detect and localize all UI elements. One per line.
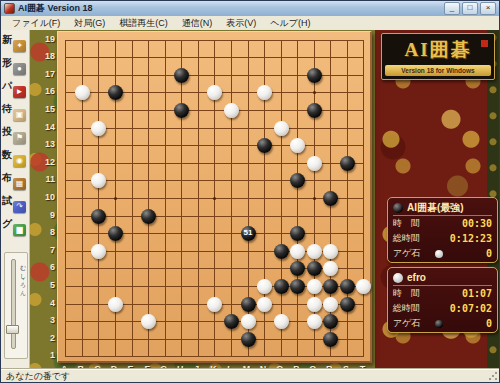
stone-S5-black xyxy=(340,279,355,294)
row-label-6: 6 xyxy=(37,262,55,272)
stone-C14-white xyxy=(91,121,106,136)
toolbar-button-pass[interactable]: パ► xyxy=(2,78,27,99)
row-label-17: 17 xyxy=(37,69,55,79)
white-stone-icon xyxy=(393,273,403,283)
stone-R7-white xyxy=(323,244,338,259)
time-label: 時 間 xyxy=(393,287,433,300)
stone-C7-white xyxy=(91,244,106,259)
stone-Q17-black xyxy=(307,68,322,83)
stone-T5-white xyxy=(356,279,371,294)
stone-P11-black xyxy=(290,173,305,188)
stone-F3-white xyxy=(141,314,156,329)
toolbar-button-label: 形 xyxy=(2,56,12,70)
undo-icon: ▣ xyxy=(13,109,26,121)
row-label-5: 5 xyxy=(37,280,55,290)
toolbar-button-try-move[interactable]: 試↷ xyxy=(2,193,27,214)
player-name: efro xyxy=(407,272,426,283)
stone-R4-white xyxy=(323,297,338,312)
graph-icon: ▆ xyxy=(13,224,26,236)
window-title: AI囲碁 Version 18 xyxy=(18,2,442,15)
toolbar-button-label: 新 xyxy=(2,33,12,47)
stone-Q6-black xyxy=(307,261,322,276)
stone-O14-white xyxy=(274,121,289,136)
row-label-11: 11 xyxy=(37,174,55,184)
player-panel-white: efro 時 間 01:07 総時間 0:07:02 アゲ石 0 xyxy=(387,267,498,333)
menu-item-0[interactable]: ファイル(F) xyxy=(5,17,67,30)
try-move-icon: ↷ xyxy=(13,201,26,213)
toolbar-button-undo[interactable]: 待▣ xyxy=(2,101,27,122)
toolbar-button-fuseki[interactable]: 布▦ xyxy=(2,170,27,191)
grid-line-vertical xyxy=(363,40,364,358)
stone-M4-black xyxy=(241,297,256,312)
row-label-2: 2 xyxy=(37,333,55,343)
grid-line-horizontal xyxy=(65,216,364,217)
time-label: 時 間 xyxy=(393,217,433,230)
status-text: あなたの番です xyxy=(1,370,70,383)
grid-line-vertical xyxy=(281,40,282,358)
captured-stone-icon xyxy=(435,320,443,328)
resign-icon: ⚑ xyxy=(13,132,26,144)
title-bar: AI囲碁 Version 18 _ □ × xyxy=(1,1,499,16)
stone-M3-white xyxy=(241,314,256,329)
row-label-13: 13 xyxy=(37,139,55,149)
row-label-14: 14 xyxy=(37,122,55,132)
close-button[interactable]: × xyxy=(480,2,496,15)
stone-C11-white xyxy=(91,173,106,188)
fuseki-icon: ▦ xyxy=(13,178,26,190)
menu-item-5[interactable]: ヘルプ(H) xyxy=(263,17,317,30)
stone-S12-black xyxy=(340,156,355,171)
left-toolbar: むし・ろん 新✦形●パ►待▣投⚑数◉布▦試↷グ▆ xyxy=(1,30,30,370)
total-time-value: 0:12:23 xyxy=(433,233,492,244)
row-label-8: 8 xyxy=(37,227,55,237)
stone-D4-white xyxy=(108,297,123,312)
minimize-button[interactable]: _ xyxy=(444,2,460,15)
toolbar-button-graph[interactable]: グ▆ xyxy=(2,216,27,237)
stone-O7-black xyxy=(274,244,289,259)
total-time-value: 0:07:02 xyxy=(433,303,492,314)
stone-M2-black xyxy=(241,332,256,347)
stone-R3-black xyxy=(323,314,338,329)
app-window: AI囲碁 Version 18 _ □ × ファイル(F)対局(G)棋譜再生(C… xyxy=(0,0,500,383)
captures-label: アゲ石 xyxy=(393,317,433,330)
black-stone-icon xyxy=(393,203,403,213)
star-point-D10 xyxy=(114,197,117,200)
stone-L3-black xyxy=(224,314,239,329)
stone-F9-black xyxy=(141,209,156,224)
captures-value: 0 xyxy=(447,318,492,329)
toolbar-button-label: グ xyxy=(2,217,12,231)
slider-handle[interactable] xyxy=(6,325,19,334)
total-time-label: 総時間 xyxy=(393,302,433,315)
toolbar-button-shape[interactable]: 形● xyxy=(2,55,27,76)
go-board[interactable]: 51 xyxy=(57,31,372,363)
stone-B16-white xyxy=(75,85,90,100)
stone-R10-black xyxy=(323,191,338,206)
row-label-19: 19 xyxy=(37,34,55,44)
shape-icon: ● xyxy=(13,63,26,75)
stone-O3-white xyxy=(274,314,289,329)
player-panel-black: AI囲碁(最強) 時 間 00:30 総時間 0:12:23 アゲ石 0 xyxy=(387,197,498,263)
toolbar-button-label: 布 xyxy=(2,171,12,185)
row-label-12: 12 xyxy=(37,157,55,167)
row-label-10: 10 xyxy=(37,192,55,202)
stone-Q12-white xyxy=(307,156,322,171)
stone-Q15-black xyxy=(307,103,322,118)
stone-M8-black: 51 xyxy=(241,226,256,241)
stone-K4-white xyxy=(207,297,222,312)
row-label-1: 1 xyxy=(37,350,55,360)
menu-item-3[interactable]: 通信(N) xyxy=(175,17,220,30)
stone-H17-black xyxy=(174,68,189,83)
star-point-Q16 xyxy=(313,91,316,94)
menu-item-2[interactable]: 棋譜再生(C) xyxy=(112,17,175,30)
stone-D16-black xyxy=(108,85,123,100)
new-game-icon: ✦ xyxy=(13,40,26,52)
grid-line-vertical xyxy=(231,40,232,358)
stone-L15-white xyxy=(224,103,239,118)
pass-icon: ► xyxy=(13,86,26,98)
grid-line-vertical xyxy=(297,40,298,358)
row-label-3: 3 xyxy=(37,315,55,325)
captured-stone-icon xyxy=(435,250,443,258)
toolbar-button-label: 数 xyxy=(2,148,12,162)
captures-label: アゲ石 xyxy=(393,247,433,260)
total-time-label: 総時間 xyxy=(393,232,433,245)
maximize-button[interactable]: □ xyxy=(462,2,478,15)
stone-P13-white xyxy=(290,138,305,153)
row-label-16: 16 xyxy=(37,86,55,96)
grid-line-horizontal xyxy=(65,339,364,340)
row-label-4: 4 xyxy=(37,298,55,308)
stone-C9-black xyxy=(91,209,106,224)
app-icon xyxy=(4,3,15,14)
toolbar-button-label: 投 xyxy=(2,125,12,139)
menu-bar: ファイル(F)対局(G)棋譜再生(C)通信(N)表示(V)ヘルプ(H) xyxy=(1,16,499,31)
stone-D8-black xyxy=(108,226,123,241)
row-label-15: 15 xyxy=(37,104,55,114)
slider-label: むし・ろん xyxy=(18,261,27,293)
grid-line-horizontal xyxy=(65,356,364,357)
count-icon: ◉ xyxy=(13,155,26,167)
status-bar: あなたの番です xyxy=(1,369,499,382)
row-label-18: 18 xyxy=(37,51,55,61)
logo-title: AI囲碁 xyxy=(382,37,494,63)
stone-N16-white xyxy=(257,85,272,100)
stone-P5-black xyxy=(290,279,305,294)
stone-R5-black xyxy=(323,279,338,294)
menu-item-4[interactable]: 表示(V) xyxy=(219,17,263,30)
last-move-number: 51 xyxy=(241,228,256,237)
stone-Q3-white xyxy=(307,314,322,329)
strength-slider: むし・ろん xyxy=(4,252,28,359)
stone-N13-black xyxy=(257,138,272,153)
time-value: 00:30 xyxy=(433,218,492,229)
toolbar-button-count[interactable]: 数◉ xyxy=(2,147,27,168)
stone-Q5-white xyxy=(307,279,322,294)
toolbar-button-label: パ xyxy=(2,79,12,93)
stone-P8-black xyxy=(290,226,305,241)
row-label-7: 7 xyxy=(37,245,55,255)
resize-grip[interactable] xyxy=(488,371,498,381)
star-point-Q10 xyxy=(313,197,316,200)
stone-R2-black xyxy=(323,332,338,347)
logo-plaque: AI囲碁 Version 18 for Windows xyxy=(381,33,495,80)
menu-item-1[interactable]: 対局(G) xyxy=(67,17,112,30)
stone-N4-white xyxy=(257,297,272,312)
stone-O5-black xyxy=(274,279,289,294)
stone-K16-white xyxy=(207,85,222,100)
stone-H15-black xyxy=(174,103,189,118)
toolbar-button-label: 待 xyxy=(2,102,12,116)
time-value: 01:07 xyxy=(433,288,492,299)
captures-value: 0 xyxy=(447,248,492,259)
stone-P6-black xyxy=(290,261,305,276)
logo-red-seal xyxy=(481,40,488,47)
toolbar-button-label: 試 xyxy=(2,194,12,208)
stone-S4-black xyxy=(340,297,355,312)
player-name: AI囲碁(最強) xyxy=(407,201,464,215)
stone-Q4-white xyxy=(307,297,322,312)
stone-Q7-white xyxy=(307,244,322,259)
stone-N5-white xyxy=(257,279,272,294)
logo-version-ribbon: Version 18 for Windows xyxy=(385,65,491,76)
slider-track[interactable] xyxy=(11,259,16,349)
toolbar-button-new-game[interactable]: 新✦ xyxy=(2,32,27,53)
toolbar-button-resign[interactable]: 投⚑ xyxy=(2,124,27,145)
stone-P7-white xyxy=(290,244,305,259)
stone-R6-white xyxy=(323,261,338,276)
star-point-K10 xyxy=(213,197,216,200)
row-label-9: 9 xyxy=(37,210,55,220)
